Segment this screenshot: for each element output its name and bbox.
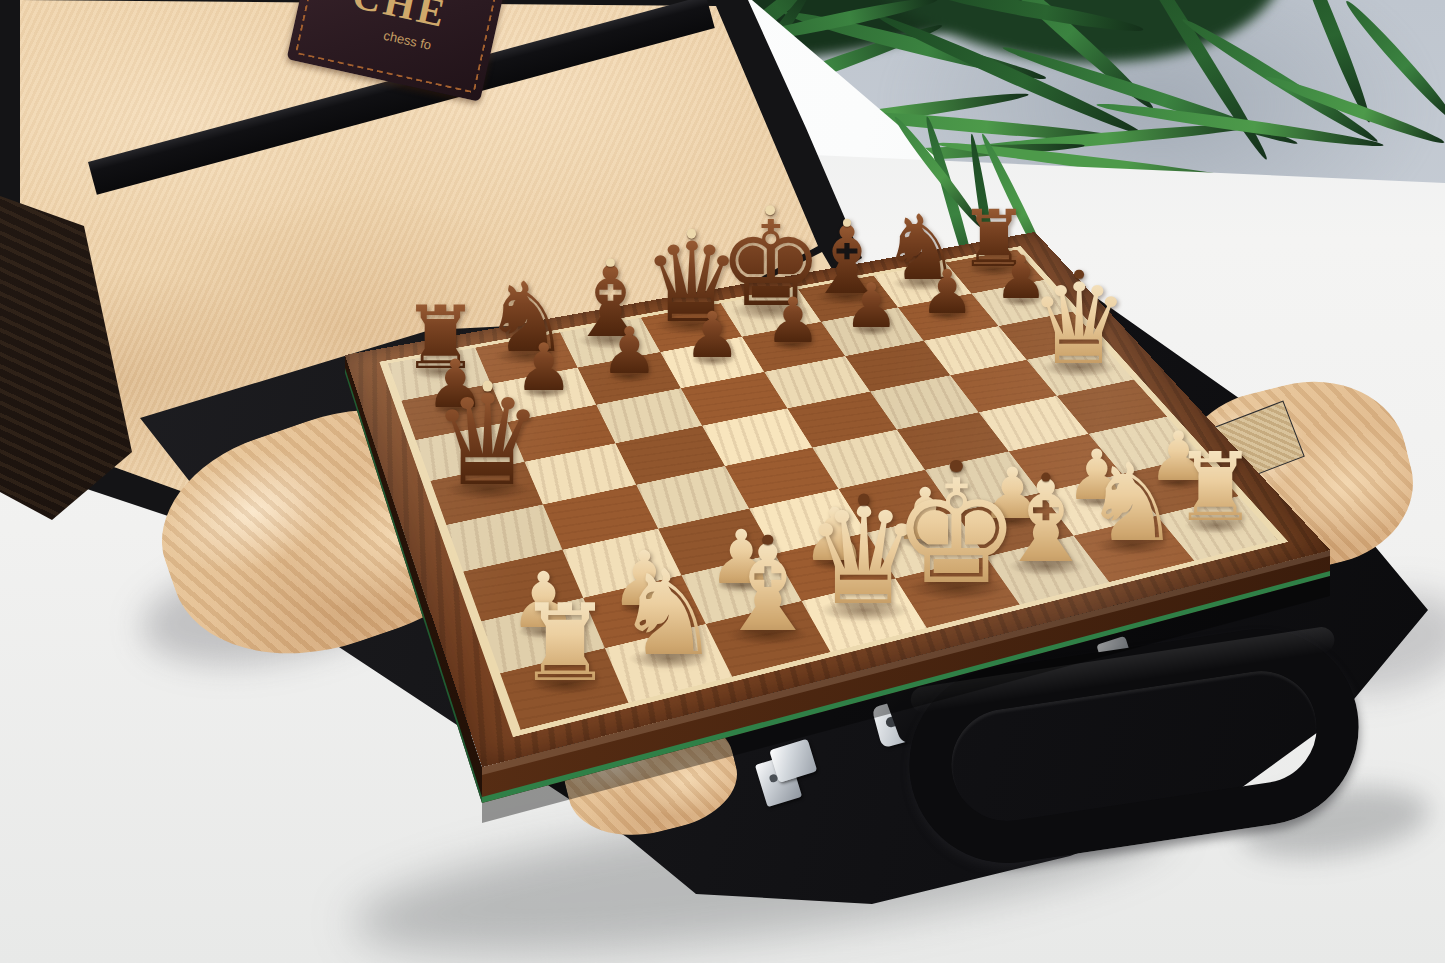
piece-black-pawn-c7: ♟: [601, 319, 659, 383]
contrasting-finial: [1041, 472, 1051, 482]
black-pawn-glyph: ♟: [601, 319, 659, 383]
white-queen-glyph: ♛: [1029, 268, 1129, 380]
piece-white-rook-h1: ♜: [1173, 442, 1257, 536]
white-rook-glyph: ♜: [517, 590, 613, 697]
piece-black-pawn-f7: ♟: [844, 276, 899, 338]
piece-white-knight-b1: ♞: [615, 554, 721, 672]
piece-white-bishop-f1: ♝: [995, 466, 1097, 579]
piece-black-queen-a5: ♛: [432, 379, 544, 504]
contrasting-finial: [766, 205, 776, 215]
piece-white-queen-h5: ♛: [1029, 268, 1129, 380]
piece-black-pawn-d7: ♟: [684, 304, 741, 367]
piece-white-knight-g1: ♞: [1084, 449, 1181, 557]
white-knight-glyph: ♞: [615, 554, 721, 672]
contrasting-finial: [843, 219, 851, 227]
pieces-layer: ♜♞♝♛♚♝♞♜♟♟♟♟♟♟♟♟♛♛♟♟♟♟♟♟♟♟♜♞♝♛♚♝♞♜: [0, 0, 1445, 963]
black-pawn-glyph: ♟: [920, 262, 974, 323]
white-rook-glyph: ♜: [1173, 442, 1257, 536]
black-queen-glyph: ♛: [432, 379, 544, 504]
contrasting-finial: [482, 381, 493, 392]
white-knight-glyph: ♞: [1084, 449, 1181, 557]
contrasting-finial: [1074, 270, 1084, 280]
white-bishop-glyph: ♝: [995, 466, 1097, 579]
black-pawn-glyph: ♟: [684, 304, 741, 367]
piece-black-pawn-e7: ♟: [765, 290, 821, 352]
black-pawn-glyph: ♟: [765, 290, 821, 352]
black-pawn-glyph: ♟: [844, 276, 899, 338]
chess-set-product-photo: CHE chess fo ♜♞♝♛♚♝♞♜♟♟♟♟♟♟♟♟♛♛♟♟♟♟♟♟♟♟♜…: [0, 0, 1445, 963]
piece-black-pawn-g7: ♟: [920, 262, 974, 323]
piece-white-rook-a1: ♜: [517, 590, 613, 697]
